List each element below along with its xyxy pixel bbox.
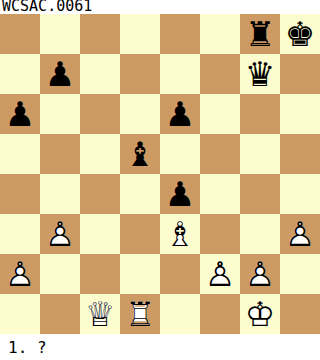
square-a3[interactable] <box>0 214 40 254</box>
square-f1[interactable] <box>200 294 240 334</box>
square-c3[interactable] <box>80 214 120 254</box>
white-pawn: ♙ <box>40 214 80 254</box>
square-c4[interactable] <box>80 174 120 214</box>
square-e6[interactable]: ♟ <box>160 94 200 134</box>
square-e4[interactable]: ♟ <box>160 174 200 214</box>
square-f6[interactable] <box>200 94 240 134</box>
square-c7[interactable] <box>80 54 120 94</box>
square-c1[interactable]: ♛♕ <box>80 294 120 334</box>
square-g4[interactable] <box>240 174 280 214</box>
square-e8[interactable] <box>160 14 200 54</box>
square-b8[interactable] <box>40 14 80 54</box>
white-pawn: ♙ <box>0 254 40 294</box>
square-f4[interactable] <box>200 174 240 214</box>
white-pawn: ♙ <box>200 254 240 294</box>
square-e3[interactable]: ♝♗ <box>160 214 200 254</box>
square-b3[interactable]: ♟♙ <box>40 214 80 254</box>
square-b6[interactable] <box>40 94 80 134</box>
square-b2[interactable] <box>40 254 80 294</box>
square-d4[interactable] <box>120 174 160 214</box>
square-a2[interactable]: ♟♙ <box>0 254 40 294</box>
square-f2[interactable]: ♟♙ <box>200 254 240 294</box>
square-h2[interactable] <box>280 254 320 294</box>
white-queen: ♕ <box>80 294 120 334</box>
square-c8[interactable] <box>80 14 120 54</box>
white-king: ♔ <box>240 294 280 334</box>
square-b5[interactable] <box>40 134 80 174</box>
white-rook: ♖ <box>120 294 160 334</box>
chess-diagram-screen: WCSAC.0061 ♜♚♟♛♟♟♝♟♟♙♝♗♟♙♟♙♟♙♟♙♛♕♜♖♚♔ 1.… <box>0 0 320 360</box>
square-g8[interactable]: ♜ <box>240 14 280 54</box>
square-g2[interactable]: ♟♙ <box>240 254 280 294</box>
white-pawn: ♙ <box>280 214 320 254</box>
square-h7[interactable] <box>280 54 320 94</box>
square-c5[interactable] <box>80 134 120 174</box>
square-e5[interactable] <box>160 134 200 174</box>
square-b4[interactable] <box>40 174 80 214</box>
square-g1[interactable]: ♚♔ <box>240 294 280 334</box>
square-f7[interactable] <box>200 54 240 94</box>
white-bishop: ♗ <box>160 214 200 254</box>
square-e2[interactable] <box>160 254 200 294</box>
square-h5[interactable] <box>280 134 320 174</box>
square-g7[interactable]: ♛ <box>240 54 280 94</box>
white-pawn: ♙ <box>240 254 280 294</box>
black-bishop: ♝ <box>120 134 160 174</box>
black-pawn: ♟ <box>160 174 200 214</box>
diagram-id-label: WCSAC.0061 <box>0 0 320 14</box>
square-a7[interactable] <box>0 54 40 94</box>
square-a4[interactable] <box>0 174 40 214</box>
square-h3[interactable]: ♟♙ <box>280 214 320 254</box>
square-d1[interactable]: ♜♖ <box>120 294 160 334</box>
square-f8[interactable] <box>200 14 240 54</box>
square-g6[interactable] <box>240 94 280 134</box>
square-c6[interactable] <box>80 94 120 134</box>
square-d2[interactable] <box>120 254 160 294</box>
black-queen: ♛ <box>240 54 280 94</box>
square-e1[interactable] <box>160 294 200 334</box>
square-a1[interactable] <box>0 294 40 334</box>
square-a6[interactable]: ♟ <box>0 94 40 134</box>
square-h4[interactable] <box>280 174 320 214</box>
chess-board: ♜♚♟♛♟♟♝♟♟♙♝♗♟♙♟♙♟♙♟♙♛♕♜♖♚♔ <box>0 14 320 334</box>
black-pawn: ♟ <box>160 94 200 134</box>
square-h6[interactable] <box>280 94 320 134</box>
square-g3[interactable] <box>240 214 280 254</box>
square-c2[interactable] <box>80 254 120 294</box>
square-a5[interactable] <box>0 134 40 174</box>
square-d6[interactable] <box>120 94 160 134</box>
square-h8[interactable]: ♚ <box>280 14 320 54</box>
black-pawn: ♟ <box>0 94 40 134</box>
black-rook: ♜ <box>240 14 280 54</box>
square-b1[interactable] <box>40 294 80 334</box>
square-d8[interactable] <box>120 14 160 54</box>
square-h1[interactable] <box>280 294 320 334</box>
square-d3[interactable] <box>120 214 160 254</box>
black-king: ♚ <box>280 14 320 54</box>
square-e7[interactable] <box>160 54 200 94</box>
square-g5[interactable] <box>240 134 280 174</box>
square-f5[interactable] <box>200 134 240 174</box>
square-f3[interactable] <box>200 214 240 254</box>
move-prompt: 1. ? <box>0 334 320 357</box>
square-a8[interactable] <box>0 14 40 54</box>
square-b7[interactable]: ♟ <box>40 54 80 94</box>
square-d7[interactable] <box>120 54 160 94</box>
square-d5[interactable]: ♝ <box>120 134 160 174</box>
black-pawn: ♟ <box>40 54 80 94</box>
